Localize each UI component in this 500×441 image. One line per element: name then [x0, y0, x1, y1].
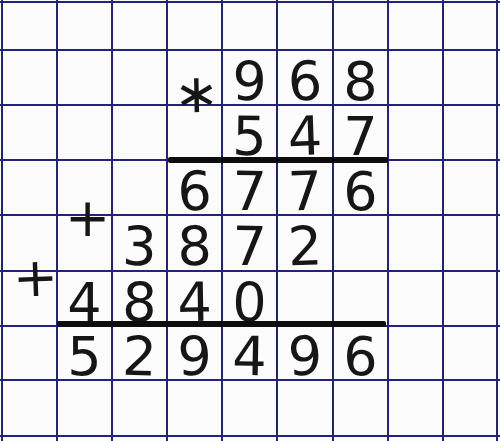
cell-r4c2-digit-3: 3	[111, 218, 168, 276]
cell-r6c4-digit-4: 4	[222, 330, 278, 385]
sum-underline	[57, 321, 386, 327]
cell-r2c6-digit-7: 7	[333, 109, 388, 164]
plus-sign: +	[7, 249, 64, 306]
multiply-sign: ∗	[169, 66, 225, 122]
grid-vline-8	[442, 0, 444, 441]
worksheet-squared-paper: ∗9685476776+3872+4840529496	[0, 0, 500, 441]
cell-r1c6-digit-8: 8	[333, 54, 388, 109]
cell-r6c2-digit-2: 2	[111, 329, 168, 385]
cell-r3c6-digit-6: 6	[333, 164, 388, 219]
grid-hline-0	[0, 1, 500, 3]
cell-r6c5-digit-9: 9	[276, 329, 334, 385]
cell-r1c5-digit-6: 6	[276, 53, 334, 110]
cell-r3c5-digit-7: 7	[276, 163, 334, 220]
cell-r6c3-digit-9: 9	[167, 330, 223, 385]
multiplication-underline	[168, 157, 388, 163]
grid-vline-0	[1, 0, 3, 441]
cell-r6c6-digit-6: 6	[333, 330, 388, 384]
cell-r4c5-digit-2: 2	[276, 218, 334, 276]
grid-vline-9	[496, 0, 498, 441]
cell-r4c3-digit-8: 8	[167, 219, 223, 276]
cell-r6c1-digit-5: 5	[57, 330, 112, 384]
cell-r3c3-digit-6: 6	[167, 164, 223, 220]
cell-r1c4-digit-9: 9	[222, 54, 278, 110]
cell-r4c4-digit-7: 7	[222, 219, 278, 276]
grid-hline-8	[0, 435, 500, 437]
cell-r3c4-digit-7: 7	[222, 164, 278, 220]
plus-sign: +	[60, 190, 115, 246]
